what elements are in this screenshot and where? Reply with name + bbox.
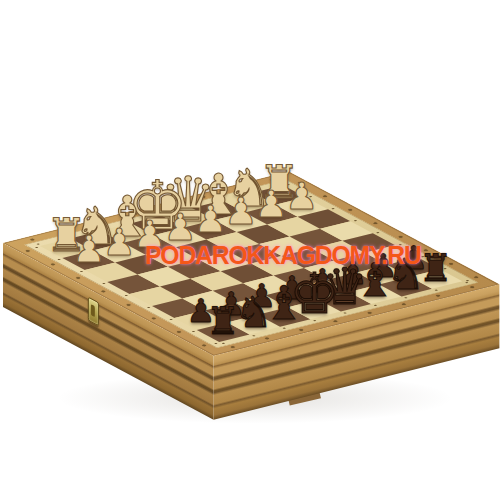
screw-icon	[101, 290, 106, 292]
brass-dot-icon	[282, 327, 286, 328]
screw-icon	[435, 295, 440, 297]
brass-dot-icon	[421, 256, 425, 257]
screw-icon	[348, 209, 353, 211]
screw-icon	[373, 222, 378, 224]
screw-icon	[64, 230, 69, 232]
screw-icon	[25, 250, 30, 252]
screw-icon	[367, 312, 372, 314]
brass-dot-icon	[443, 268, 447, 269]
brass-dot-icon	[127, 221, 131, 222]
screw-icon	[167, 204, 172, 206]
brass-dot-icon	[124, 295, 128, 296]
brass-dot-icon	[286, 184, 290, 185]
brass-dot-icon	[309, 196, 313, 197]
screw-icon	[322, 195, 327, 197]
screw-icon	[401, 303, 406, 305]
screw-icon	[235, 187, 240, 189]
brass-dot-icon	[57, 259, 61, 260]
brass-dot-icon	[279, 183, 283, 184]
brass-dot-icon	[465, 282, 469, 283]
brass-dot-icon	[221, 343, 225, 344]
screw-icon	[230, 346, 235, 348]
brass-dot-icon	[67, 236, 71, 237]
screw-icon	[474, 276, 479, 278]
screw-icon	[297, 182, 302, 184]
screw-icon	[132, 213, 137, 215]
brass-dot-icon	[188, 205, 192, 206]
screw-icon	[423, 249, 428, 251]
screw-icon	[333, 320, 338, 322]
brass-dot-icon	[169, 319, 173, 320]
brass-dot-icon	[35, 247, 39, 248]
brass-dot-icon	[192, 331, 196, 332]
screw-icon	[264, 337, 269, 339]
brass-dot-icon	[313, 320, 317, 321]
screw-icon	[201, 196, 206, 198]
screw-icon	[76, 277, 81, 279]
screw-icon	[30, 239, 35, 241]
screw-icon	[50, 263, 55, 265]
screw-icon	[151, 317, 156, 319]
screw-icon	[269, 179, 274, 181]
screw-icon	[398, 236, 403, 238]
brass-dot-icon	[214, 343, 218, 344]
brass-dot-icon	[219, 198, 223, 199]
brass-dot-icon	[373, 305, 377, 306]
screw-icon	[202, 344, 207, 346]
product-photo-stage: ♜♞♝♚♛♝♞♜♟♟♟♟♟♟♟♟♟♟♟♟♟♟♟♟♜♞♝♚♛♝♞♜ PODAROK…	[0, 0, 500, 500]
screw-icon	[126, 304, 131, 306]
brass-dot-icon	[404, 297, 408, 298]
brass-dot-icon	[434, 289, 438, 290]
screw-icon	[98, 222, 103, 224]
brass-clasp-icon	[88, 297, 99, 327]
screw-icon	[470, 286, 475, 288]
screw-icon	[176, 331, 181, 333]
brass-dot-icon	[147, 307, 151, 308]
brass-dot-icon	[102, 283, 106, 284]
brass-dot-icon	[158, 213, 162, 214]
brass-dot-icon	[353, 220, 357, 221]
screw-icon	[299, 329, 304, 331]
brass-dot-icon	[36, 243, 40, 244]
brass-dot-icon	[465, 280, 469, 281]
brass-dot-icon	[252, 335, 256, 336]
brass-dot-icon	[249, 190, 253, 191]
watermark: PODAROKKAGDOMY.RU	[145, 240, 421, 271]
brass-dot-icon	[97, 228, 101, 229]
brass-dot-icon	[331, 208, 335, 209]
brass-dot-icon	[80, 271, 84, 272]
screw-icon	[448, 263, 453, 265]
brass-dot-icon	[343, 312, 347, 313]
brass-dot-icon	[376, 232, 380, 233]
